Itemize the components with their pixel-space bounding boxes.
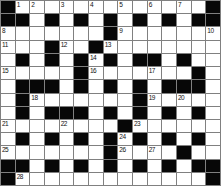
cell-r2c6 (74, 14, 88, 26)
cell-r14c9[interactable] (118, 173, 132, 185)
cell-r5c3[interactable] (30, 54, 44, 66)
cell-r11c9[interactable]: 24 (118, 133, 132, 145)
cell-r12c7[interactable] (89, 146, 103, 158)
cell-r10c6[interactable] (74, 120, 88, 132)
cell-r4c4 (45, 41, 59, 53)
cell-r9c2 (16, 107, 30, 119)
cell-r3c4[interactable] (45, 27, 59, 39)
cell-r14c5[interactable] (60, 173, 74, 185)
cell-r14c12[interactable] (162, 173, 176, 185)
clue-number: 25 (2, 146, 8, 153)
clue-number: 21 (2, 120, 8, 127)
cell-r13c10 (133, 160, 147, 172)
cell-r12c6[interactable] (74, 146, 88, 158)
cell-r11c8 (104, 133, 118, 145)
cell-r13c15 (206, 160, 220, 172)
cell-r9c5 (60, 107, 74, 119)
cell-r3c5[interactable] (60, 27, 74, 39)
cell-r11c5[interactable] (60, 133, 74, 145)
cell-r14c1 (1, 173, 15, 185)
cell-r11c14 (192, 133, 206, 145)
cell-r6c2[interactable] (16, 67, 30, 79)
cell-r13c3[interactable] (30, 160, 44, 172)
cell-r1c6[interactable] (74, 1, 88, 13)
cell-r3c6[interactable] (74, 27, 88, 39)
cell-r3c8 (104, 27, 118, 39)
cell-r12c1[interactable]: 25 (1, 146, 15, 158)
cell-r7c2 (16, 80, 30, 92)
cell-r12c10[interactable] (133, 146, 147, 158)
cell-r9c7[interactable] (89, 107, 103, 119)
cell-r2c9[interactable] (118, 14, 132, 26)
cell-r4c14[interactable] (192, 41, 206, 53)
cell-r11c10 (133, 133, 147, 145)
cell-r14c15 (206, 173, 220, 185)
cell-r12c4[interactable] (45, 146, 59, 158)
cell-r14c3[interactable] (30, 173, 44, 185)
cell-r14c8[interactable] (104, 173, 118, 185)
cell-r7c5[interactable] (60, 80, 74, 92)
cell-r13c14 (192, 160, 206, 172)
cell-r4c15[interactable] (206, 41, 220, 53)
cell-r8c5[interactable] (60, 94, 74, 106)
cell-r7c3 (30, 80, 44, 92)
cell-r1c13[interactable]: 7 (177, 1, 191, 13)
cell-r4c3[interactable] (30, 41, 44, 53)
cell-r7c7[interactable] (89, 80, 103, 92)
cell-r3c15[interactable]: 10 (206, 27, 220, 39)
clue-number: 12 (61, 41, 67, 48)
cell-r3c3[interactable] (30, 27, 44, 39)
cell-r8c8[interactable] (104, 94, 118, 106)
cell-r9c14 (192, 107, 206, 119)
cell-r14c10[interactable] (133, 173, 147, 185)
clue-number: 4 (90, 1, 93, 8)
cell-r1c2[interactable]: 1 (16, 1, 30, 13)
cell-r8c11[interactable]: 19 (148, 94, 162, 106)
clue-number: 15 (2, 67, 8, 74)
cell-r14c2[interactable]: 28 (16, 173, 30, 185)
cell-r8c10 (133, 94, 147, 106)
clue-number: 6 (149, 1, 152, 8)
cell-r11c4 (45, 133, 59, 145)
cell-r4c2[interactable] (16, 41, 30, 53)
cell-r10c10[interactable]: 23 (133, 120, 147, 132)
cell-r8c1[interactable] (1, 94, 15, 106)
cell-r2c7[interactable] (89, 14, 103, 26)
cell-r10c5[interactable]: 22 (60, 120, 74, 132)
cell-r3c13[interactable] (177, 27, 191, 39)
cell-r11c7[interactable] (89, 133, 103, 145)
cell-r1c7[interactable]: 4 (89, 1, 103, 13)
clue-number: 22 (61, 120, 67, 127)
cell-r11c1[interactable] (1, 133, 15, 145)
cell-r9c15[interactable] (206, 107, 220, 119)
cell-r9c6 (74, 107, 88, 119)
clue-number: 3 (61, 1, 64, 8)
cell-r3c12[interactable] (162, 27, 176, 39)
cell-r8c12[interactable] (162, 94, 176, 106)
clue-number: 24 (119, 133, 125, 140)
cell-r6c15[interactable] (206, 67, 220, 79)
cell-r3c14[interactable] (192, 27, 206, 39)
cell-r1c3[interactable]: 2 (30, 1, 44, 13)
cell-r5c6 (74, 54, 88, 66)
cell-r2c3[interactable] (30, 14, 44, 26)
cell-r13c4 (45, 160, 59, 172)
cell-r5c8 (104, 54, 118, 66)
cell-r9c12 (162, 107, 176, 119)
cell-r10c13[interactable] (177, 120, 191, 132)
cell-r10c8[interactable] (104, 120, 118, 132)
cell-r9c10 (133, 107, 147, 119)
cell-r8c6[interactable] (74, 94, 88, 106)
clue-number: 1 (17, 1, 20, 8)
cell-r6c11[interactable]: 17 (148, 67, 162, 79)
clue-number: 18 (31, 94, 37, 101)
cell-r10c12[interactable] (162, 120, 176, 132)
cell-r6c13[interactable] (177, 67, 191, 79)
clue-number: 9 (119, 27, 122, 34)
cell-r10c14[interactable] (192, 120, 206, 132)
cell-r4c6[interactable] (74, 41, 88, 53)
cell-r6c3[interactable] (30, 67, 44, 79)
cell-r6c12[interactable] (162, 67, 176, 79)
cell-r3c11[interactable] (148, 27, 162, 39)
cell-r12c8 (104, 146, 118, 158)
cell-r4c5[interactable]: 12 (60, 41, 74, 53)
cell-r9c8 (104, 107, 118, 119)
cell-r14c7[interactable] (89, 173, 103, 185)
cell-r13c7[interactable] (89, 160, 103, 172)
cell-r11c3[interactable] (30, 133, 44, 145)
cell-r5c1[interactable] (1, 54, 15, 66)
cell-r2c11[interactable] (148, 14, 162, 26)
cell-r8c13[interactable]: 20 (177, 94, 191, 106)
cell-r4c12[interactable] (162, 41, 176, 53)
crossword-puzzle: 1234567891011121314151617181920212223242… (0, 0, 221, 186)
clue-number: 10 (207, 27, 213, 34)
cell-r13c13[interactable] (177, 160, 191, 172)
cell-r13c9[interactable] (118, 160, 132, 172)
crossword-grid: 1234567891011121314151617181920212223242… (0, 0, 221, 186)
cell-r1c11[interactable]: 6 (148, 1, 162, 13)
cell-r8c2 (16, 94, 30, 106)
cell-r13c12 (162, 160, 176, 172)
cell-r2c1 (1, 14, 15, 26)
cell-r2c14 (192, 14, 206, 26)
cell-r5c9[interactable] (118, 54, 132, 66)
cell-r8c9[interactable] (118, 94, 132, 106)
cell-r8c7[interactable] (89, 94, 103, 106)
cell-r5c14[interactable] (192, 54, 206, 66)
cell-r12c5[interactable] (60, 146, 74, 158)
cell-r11c11[interactable] (148, 133, 162, 145)
cell-r10c2[interactable] (16, 120, 30, 132)
clue-number: 14 (90, 54, 96, 61)
cell-r11c6 (74, 133, 88, 145)
cell-r7c8 (104, 80, 118, 92)
cell-r5c13 (177, 54, 191, 66)
cell-r2c2 (16, 14, 30, 26)
cell-r4c1[interactable]: 11 (1, 41, 15, 53)
cell-r12c11[interactable]: 27 (148, 146, 162, 158)
clue-number: 5 (119, 1, 122, 8)
cell-r13c5[interactable] (60, 160, 74, 172)
cell-r7c12 (162, 80, 176, 92)
cell-r13c8 (104, 160, 118, 172)
cell-r12c3[interactable] (30, 146, 44, 158)
cell-r2c5[interactable] (60, 14, 74, 26)
cell-r13c6 (74, 160, 88, 172)
cell-r5c7[interactable]: 14 (89, 54, 103, 66)
cell-r5c2 (16, 54, 30, 66)
cell-r9c4 (45, 107, 59, 119)
cell-r10c15[interactable] (206, 120, 220, 132)
cell-r12c15[interactable] (206, 146, 220, 158)
clue-number: 26 (119, 146, 125, 153)
cell-r12c12[interactable] (162, 146, 176, 158)
cell-r7c1[interactable] (1, 80, 15, 92)
cell-r2c8 (104, 14, 118, 26)
cell-r9c1[interactable] (1, 107, 15, 119)
cell-r5c12[interactable] (162, 54, 176, 66)
cell-r9c9[interactable] (118, 107, 132, 119)
cell-r4c7 (89, 41, 103, 53)
cell-r6c1[interactable]: 15 (1, 67, 15, 79)
cell-r8c4[interactable] (45, 94, 59, 106)
cell-r8c14[interactable] (192, 94, 206, 106)
cell-r7c11[interactable] (148, 80, 162, 92)
clue-number: 13 (105, 41, 111, 48)
cell-r3c1[interactable]: 8 (1, 27, 15, 39)
cell-r2c10 (133, 14, 147, 26)
cell-r12c2[interactable] (16, 146, 30, 158)
clue-number: 17 (149, 67, 155, 74)
clue-number: 16 (90, 67, 96, 74)
cell-r9c3[interactable] (30, 107, 44, 119)
cell-r1c4[interactable] (45, 1, 59, 13)
cell-r5c15[interactable] (206, 54, 220, 66)
cell-r3c10[interactable] (133, 27, 147, 39)
cell-r1c9[interactable]: 5 (118, 1, 132, 13)
cell-r6c8[interactable] (104, 67, 118, 79)
cell-r6c4[interactable] (45, 67, 59, 79)
cell-r11c2 (16, 133, 30, 145)
cell-r13c11[interactable] (148, 160, 162, 172)
cell-r11c13[interactable] (177, 133, 191, 145)
cell-r1c1 (1, 1, 15, 13)
cell-r11c12 (162, 133, 176, 145)
cell-r14c11[interactable] (148, 173, 162, 185)
cell-r6c10[interactable] (133, 67, 147, 79)
cell-r13c1 (1, 160, 15, 172)
clue-number: 23 (134, 120, 140, 127)
clue-number: 28 (17, 173, 23, 180)
clue-number: 8 (2, 27, 5, 34)
cell-r2c13[interactable] (177, 14, 191, 26)
clue-number: 19 (149, 94, 155, 101)
cell-r2c12 (162, 14, 176, 26)
cell-r7c9[interactable] (118, 80, 132, 92)
cell-r6c5[interactable] (60, 67, 74, 79)
cell-r4c8[interactable]: 13 (104, 41, 118, 53)
cell-r10c9 (118, 120, 132, 132)
cell-r7c13 (177, 80, 191, 92)
cell-r10c3[interactable] (30, 120, 44, 132)
cell-r14c13[interactable] (177, 173, 191, 185)
cell-r4c11[interactable] (148, 41, 162, 53)
cell-r14c4[interactable] (45, 173, 59, 185)
cell-r7c15[interactable] (206, 80, 220, 92)
cell-r5c10 (133, 54, 147, 66)
cell-r7c6 (74, 80, 88, 92)
cell-r1c8[interactable] (104, 1, 118, 13)
cell-r1c14[interactable] (192, 1, 206, 13)
cell-r12c14[interactable] (192, 146, 206, 158)
cell-r8c3[interactable]: 18 (30, 94, 44, 106)
cell-r8c15[interactable] (206, 94, 220, 106)
cell-r2c4 (45, 14, 59, 26)
cell-r5c4 (45, 54, 59, 66)
cell-r6c9[interactable] (118, 67, 132, 79)
cell-r3c9[interactable]: 9 (118, 27, 132, 39)
cell-r2c15 (206, 14, 220, 26)
cell-r6c14 (192, 67, 206, 79)
cell-r10c1[interactable]: 21 (1, 120, 15, 132)
cell-r1c15 (206, 1, 220, 13)
cell-r6c7[interactable]: 16 (89, 67, 103, 79)
cell-r5c11 (148, 54, 162, 66)
clue-number: 7 (178, 1, 181, 8)
cell-r3c2[interactable] (16, 27, 30, 39)
cell-r14c14[interactable] (192, 173, 206, 185)
cell-r11c15[interactable] (206, 133, 220, 145)
cell-r9c11[interactable] (148, 107, 162, 119)
cell-r9c13[interactable] (177, 107, 191, 119)
cell-r3c7[interactable] (89, 27, 103, 39)
cell-r10c4[interactable] (45, 120, 59, 132)
cell-r12c9[interactable]: 26 (118, 146, 132, 158)
clue-number: 2 (31, 1, 34, 8)
cell-r4c10[interactable] (133, 41, 147, 53)
cell-r14c6[interactable] (74, 173, 88, 185)
cell-r7c10 (133, 80, 147, 92)
cell-r13c2 (16, 160, 30, 172)
clue-number: 20 (178, 94, 184, 101)
cell-r7c4 (45, 80, 59, 92)
cell-r10c7[interactable] (89, 120, 103, 132)
cell-r1c10[interactable] (133, 1, 147, 13)
cell-r4c13[interactable] (177, 41, 191, 53)
clue-number: 27 (149, 146, 155, 153)
cell-r6c6 (74, 67, 88, 79)
cell-r5c5[interactable] (60, 54, 74, 66)
clue-number: 11 (2, 41, 8, 48)
cell-r7c14 (192, 80, 206, 92)
cell-r10c11[interactable] (148, 120, 162, 132)
cell-r4c9[interactable] (118, 41, 132, 53)
cell-r1c5[interactable]: 3 (60, 1, 74, 13)
cell-r12c13 (177, 146, 191, 158)
cell-r1c12[interactable] (162, 1, 176, 13)
